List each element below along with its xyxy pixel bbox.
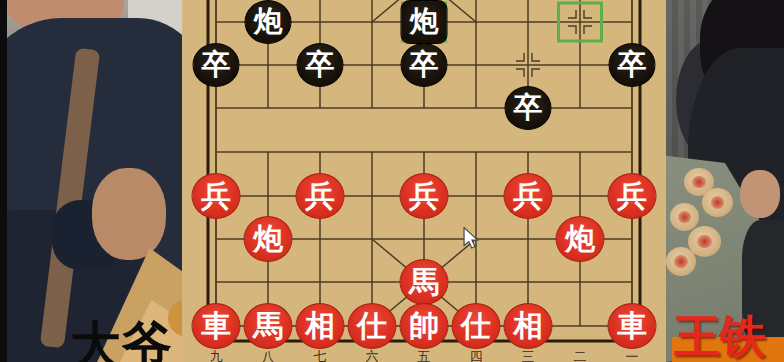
file-label-2: 二	[574, 348, 587, 362]
piece-red-cannon[interactable]: 炮	[244, 216, 293, 262]
piece-black-soldier[interactable]: 卒	[297, 43, 344, 87]
last-move-highlight	[557, 2, 603, 43]
left-player-name-label: 大爷	[70, 320, 172, 362]
piece-red-horse[interactable]: 馬	[400, 259, 449, 305]
right-player-video: 王铁	[666, 0, 784, 362]
wooden-xiangqi-piece	[702, 188, 733, 217]
piece-black-cannon[interactable]: 炮	[401, 0, 448, 44]
piece-red-soldier[interactable]: 兵	[192, 173, 241, 219]
piece-black-cannon[interactable]: 炮	[245, 0, 292, 44]
piece-red-soldier[interactable]: 兵	[296, 173, 345, 219]
piece-red-cannon[interactable]: 炮	[556, 216, 605, 262]
file-label-9: 九	[210, 348, 223, 362]
right-player-name-label: 王铁	[674, 313, 766, 359]
piece-red-horse[interactable]: 馬	[244, 303, 293, 349]
piece-red-chariot[interactable]: 車	[192, 303, 241, 349]
file-label-3: 三	[522, 348, 535, 362]
piece-black-soldier[interactable]: 卒	[609, 43, 656, 87]
wooden-xiangqi-piece	[670, 203, 699, 231]
file-label-6: 六	[366, 348, 379, 362]
piece-red-soldier[interactable]: 兵	[400, 173, 449, 219]
piece-red-advisor[interactable]: 仕	[348, 303, 397, 349]
piece-red-elephant[interactable]: 相	[296, 303, 345, 349]
xiangqi-board[interactable]: 炮炮卒卒卒卒卒兵兵兵兵兵炮炮馬車馬相仕帥仕相車九八七六五四三二一	[182, 0, 666, 362]
piece-red-soldier[interactable]: 兵	[608, 173, 657, 219]
file-label-5: 五	[418, 348, 431, 362]
piece-black-soldier[interactable]: 卒	[505, 86, 552, 130]
piece-red-elephant[interactable]: 相	[504, 303, 553, 349]
right-player-hand	[740, 170, 780, 218]
file-label-7: 七	[314, 348, 327, 362]
wooden-xiangqi-piece	[666, 247, 696, 276]
piece-red-advisor[interactable]: 仕	[452, 303, 501, 349]
piece-red-soldier[interactable]: 兵	[504, 173, 553, 219]
piece-red-chariot[interactable]: 車	[608, 303, 657, 349]
mouse-cursor	[463, 227, 479, 249]
piece-black-soldier[interactable]: 卒	[193, 43, 240, 87]
piece-red-king[interactable]: 帥	[400, 303, 449, 349]
file-label-8: 八	[262, 348, 275, 362]
left-player-hands	[92, 168, 166, 260]
file-label-1: 一	[626, 348, 639, 362]
piece-black-soldier[interactable]: 卒	[401, 43, 448, 87]
screenshot-stage: 大爷 炮炮卒卒卒卒卒兵兵兵兵兵炮炮馬車馬相仕帥仕相車九八七六五四三二一 王铁	[0, 0, 784, 362]
left-player-video: 大爷	[0, 0, 182, 362]
file-label-4: 四	[470, 348, 483, 362]
video-edge-bar	[0, 0, 7, 362]
